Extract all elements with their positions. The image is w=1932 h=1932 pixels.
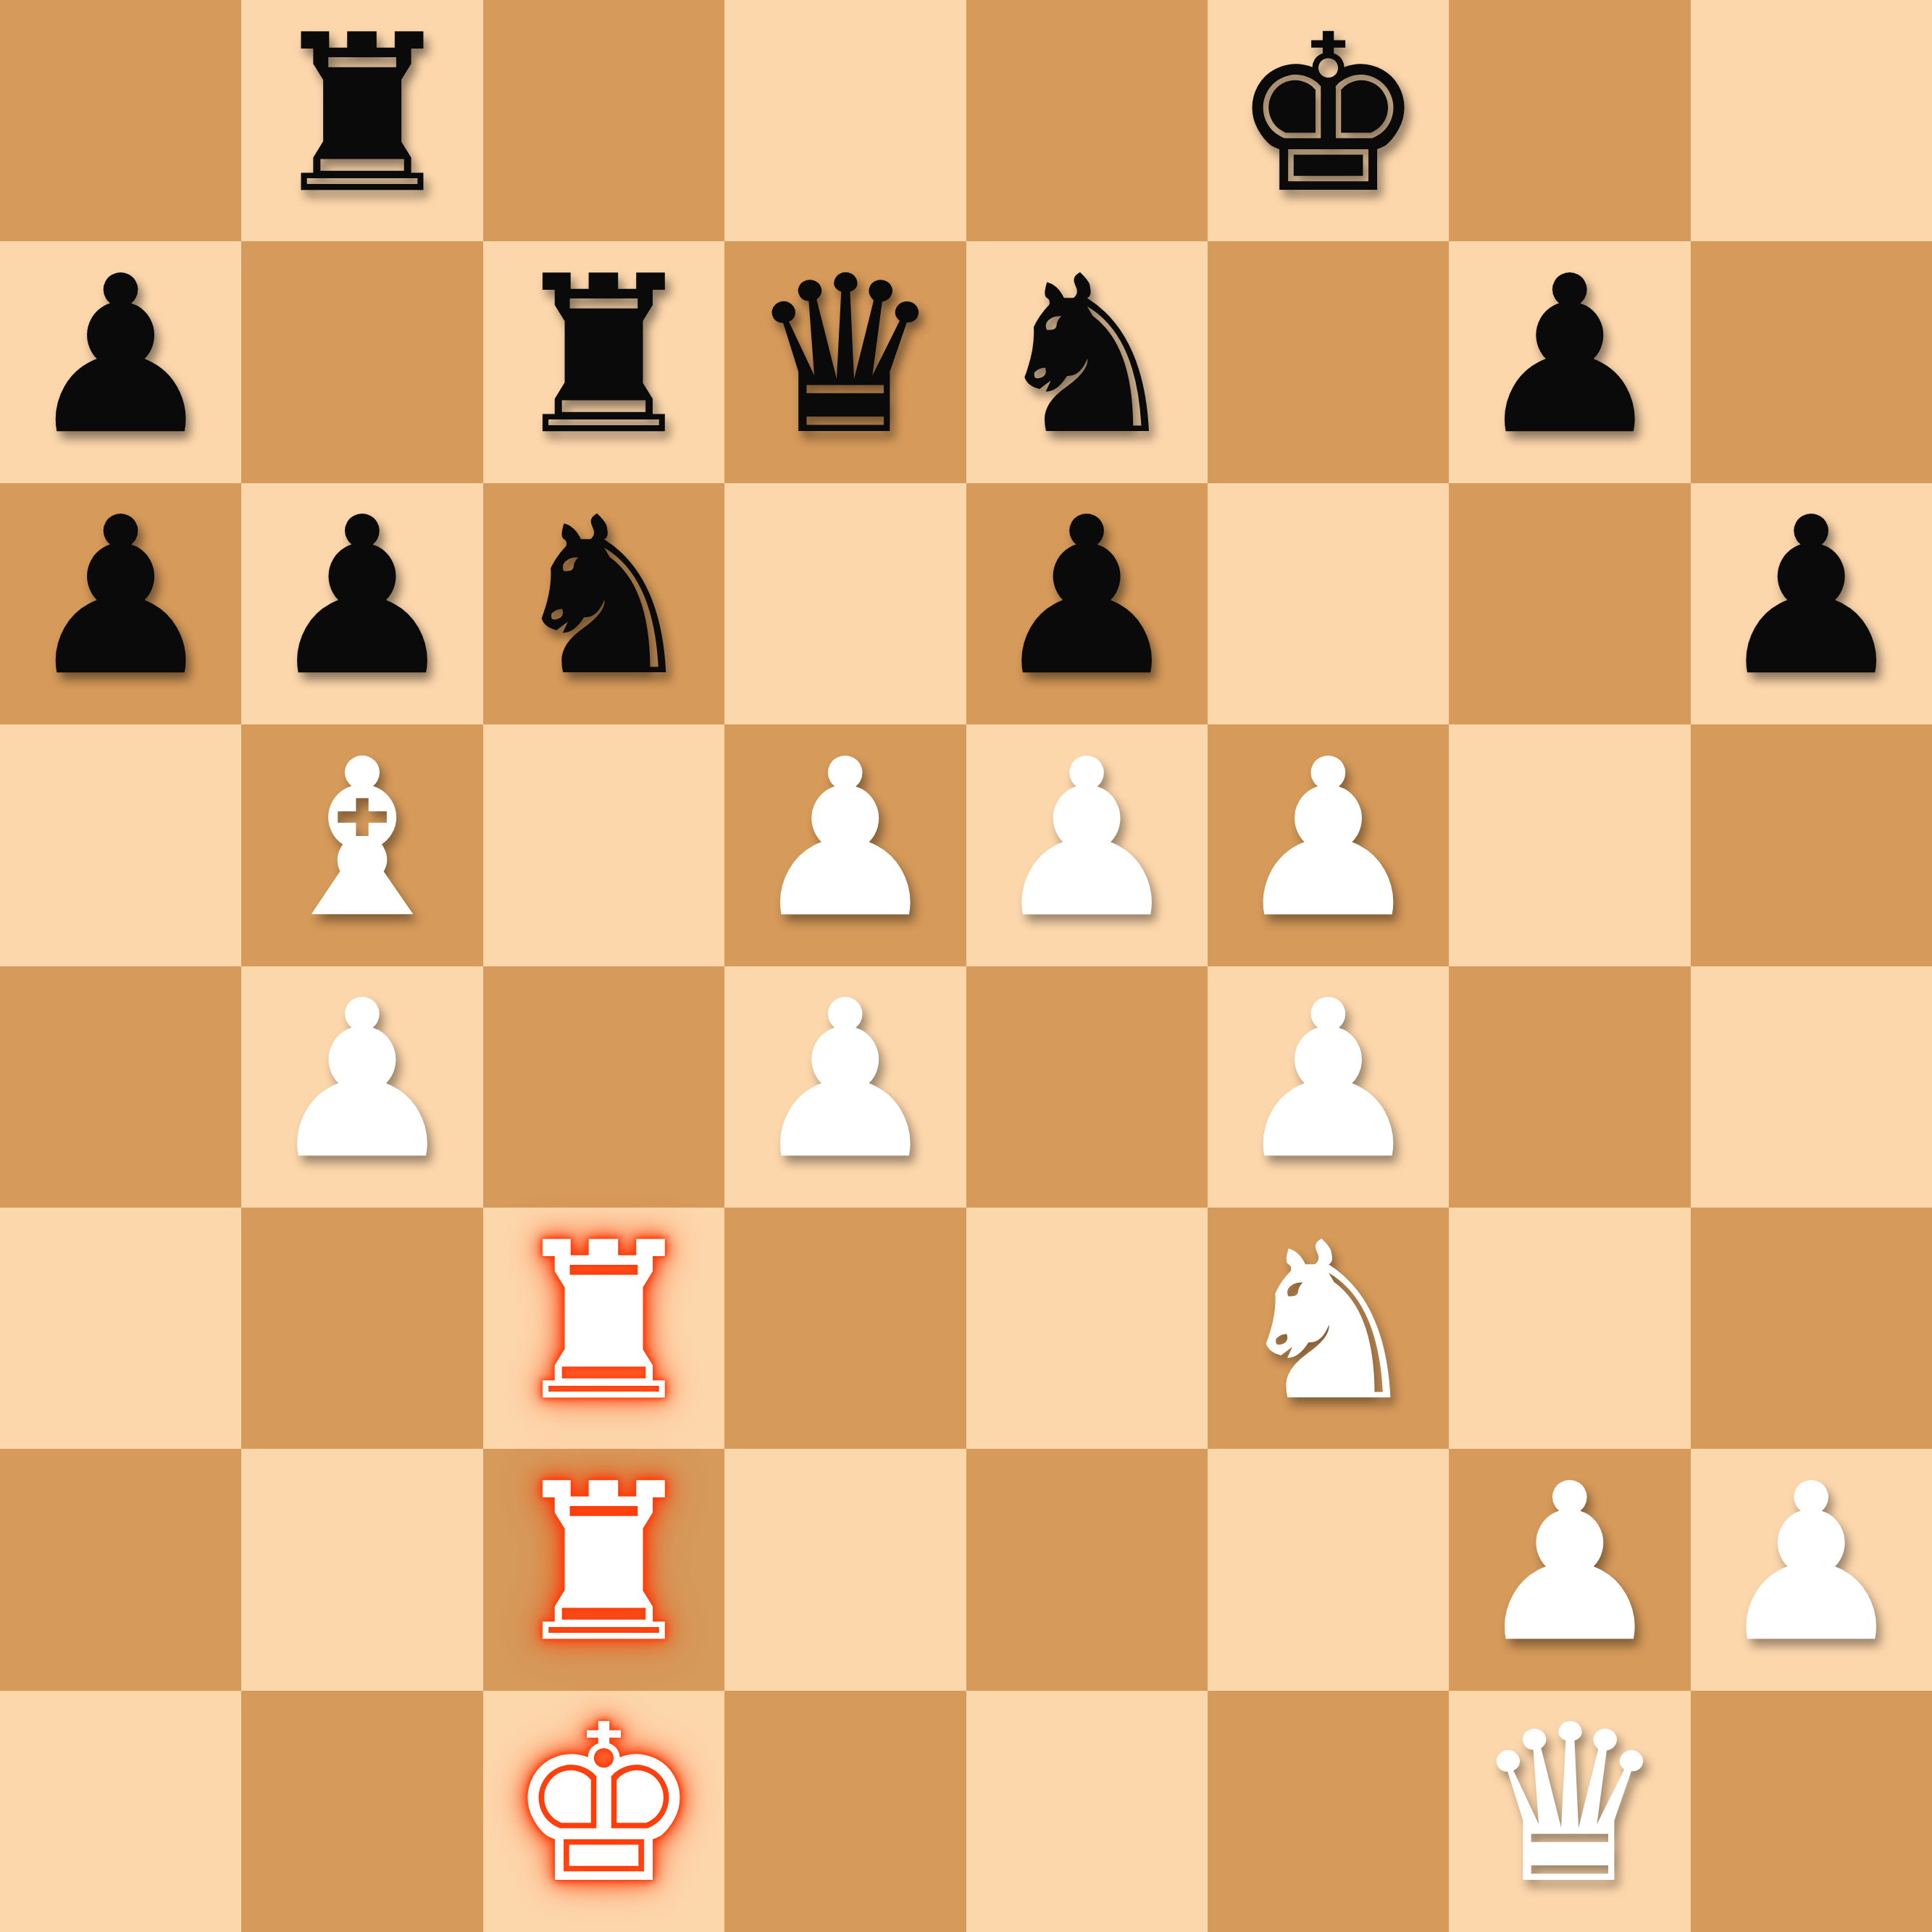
square-c7[interactable]: ♜ <box>483 241 724 482</box>
square-a7[interactable]: ♟ <box>0 241 241 482</box>
square-c6[interactable]: ♞ <box>483 483 724 724</box>
piece-white-rook-c3[interactable]: ♜ <box>506 1214 701 1431</box>
square-e5[interactable]: ♟ <box>966 724 1208 966</box>
piece-black-knight-c6[interactable]: ♞ <box>506 489 701 706</box>
square-f3[interactable]: ♞ <box>1208 1208 1449 1449</box>
square-d4[interactable]: ♟ <box>724 966 966 1208</box>
square-f5[interactable]: ♟ <box>1208 724 1449 966</box>
piece-black-king-f8[interactable]: ♚ <box>1231 7 1426 224</box>
square-g1[interactable]: ♛ <box>1449 1691 1690 1932</box>
square-e2[interactable] <box>966 1449 1208 1690</box>
square-b7[interactable] <box>241 241 482 482</box>
square-g6[interactable] <box>1449 483 1690 724</box>
piece-black-pawn-a7[interactable]: ♟ <box>23 248 218 465</box>
piece-black-knight-e7[interactable]: ♞ <box>990 248 1184 465</box>
square-d6[interactable] <box>724 483 966 724</box>
square-c1[interactable]: ♚ <box>483 1691 724 1932</box>
piece-white-pawn-b4[interactable]: ♟ <box>265 972 460 1189</box>
square-h8[interactable] <box>1691 0 1932 241</box>
square-b3[interactable] <box>241 1208 482 1449</box>
square-f7[interactable] <box>1208 241 1449 482</box>
square-g7[interactable]: ♟ <box>1449 241 1690 482</box>
square-f1[interactable] <box>1208 1691 1449 1932</box>
square-a6[interactable]: ♟ <box>0 483 241 724</box>
square-b1[interactable] <box>241 1691 482 1932</box>
piece-white-pawn-d5[interactable]: ♟ <box>748 731 942 948</box>
square-h5[interactable] <box>1691 724 1932 966</box>
piece-black-pawn-h6[interactable]: ♟ <box>1714 489 1909 706</box>
square-h2[interactable]: ♟ <box>1691 1449 1932 1690</box>
square-g5[interactable] <box>1449 724 1690 966</box>
square-e4[interactable] <box>966 966 1208 1208</box>
square-b2[interactable] <box>241 1449 482 1690</box>
square-b8[interactable]: ♜ <box>241 0 482 241</box>
square-h3[interactable] <box>1691 1208 1932 1449</box>
square-f2[interactable] <box>1208 1449 1449 1690</box>
square-a2[interactable] <box>0 1449 241 1690</box>
piece-white-bishop-b5[interactable]: ♝ <box>265 731 460 948</box>
piece-white-pawn-d4[interactable]: ♟ <box>748 972 942 1189</box>
square-f6[interactable] <box>1208 483 1449 724</box>
piece-black-pawn-a6[interactable]: ♟ <box>23 489 218 706</box>
square-h7[interactable] <box>1691 241 1932 482</box>
piece-black-rook-c7[interactable]: ♜ <box>506 248 701 465</box>
square-a5[interactable] <box>0 724 241 966</box>
square-c8[interactable] <box>483 0 724 241</box>
square-h4[interactable] <box>1691 966 1932 1208</box>
square-f8[interactable]: ♚ <box>1208 0 1449 241</box>
square-h1[interactable] <box>1691 1691 1932 1932</box>
piece-white-pawn-f4[interactable]: ♟ <box>1231 972 1426 1189</box>
square-b4[interactable]: ♟ <box>241 966 482 1208</box>
square-e6[interactable]: ♟ <box>966 483 1208 724</box>
square-e1[interactable] <box>966 1691 1208 1932</box>
square-a1[interactable] <box>0 1691 241 1932</box>
square-e8[interactable] <box>966 0 1208 241</box>
square-c2[interactable]: ♜ <box>483 1449 724 1690</box>
square-d7[interactable]: ♛ <box>724 241 966 482</box>
square-a4[interactable] <box>0 966 241 1208</box>
square-d5[interactable]: ♟ <box>724 724 966 966</box>
square-d8[interactable] <box>724 0 966 241</box>
square-d3[interactable] <box>724 1208 966 1449</box>
piece-white-queen-g1[interactable]: ♛ <box>1472 1697 1667 1914</box>
piece-white-rook-c2[interactable]: ♜ <box>506 1455 701 1673</box>
square-a3[interactable] <box>0 1208 241 1449</box>
piece-black-queen-d7[interactable]: ♛ <box>748 248 942 465</box>
square-g2[interactable]: ♟ <box>1449 1449 1690 1690</box>
chess-board: ♜♚♟♜♛♞♟♟♟♞♟♟♝♟♟♟♟♟♟♜♞♜♟♟♚♛ <box>0 0 1932 1932</box>
square-d2[interactable] <box>724 1449 966 1690</box>
piece-white-pawn-e5[interactable]: ♟ <box>990 731 1184 948</box>
square-b6[interactable]: ♟ <box>241 483 482 724</box>
piece-black-pawn-g7[interactable]: ♟ <box>1472 248 1667 465</box>
piece-black-rook-b8[interactable]: ♜ <box>265 7 460 224</box>
square-c5[interactable] <box>483 724 724 966</box>
piece-white-knight-f3[interactable]: ♞ <box>1231 1214 1426 1431</box>
piece-white-pawn-g2[interactable]: ♟ <box>1472 1455 1667 1673</box>
piece-black-pawn-e6[interactable]: ♟ <box>990 489 1184 706</box>
square-c3[interactable]: ♜ <box>483 1208 724 1449</box>
square-d1[interactable] <box>724 1691 966 1932</box>
square-f4[interactable]: ♟ <box>1208 966 1449 1208</box>
square-h6[interactable]: ♟ <box>1691 483 1932 724</box>
piece-white-pawn-h2[interactable]: ♟ <box>1714 1455 1909 1673</box>
square-g8[interactable] <box>1449 0 1690 241</box>
piece-white-king-c1[interactable]: ♚ <box>506 1697 701 1914</box>
square-b5[interactable]: ♝ <box>241 724 482 966</box>
square-e7[interactable]: ♞ <box>966 241 1208 482</box>
square-a8[interactable] <box>0 0 241 241</box>
square-e3[interactable] <box>966 1208 1208 1449</box>
square-g3[interactable] <box>1449 1208 1690 1449</box>
square-g4[interactable] <box>1449 966 1690 1208</box>
square-c4[interactable] <box>483 966 724 1208</box>
piece-black-pawn-b6[interactable]: ♟ <box>265 489 460 706</box>
piece-white-pawn-f5[interactable]: ♟ <box>1231 731 1426 948</box>
